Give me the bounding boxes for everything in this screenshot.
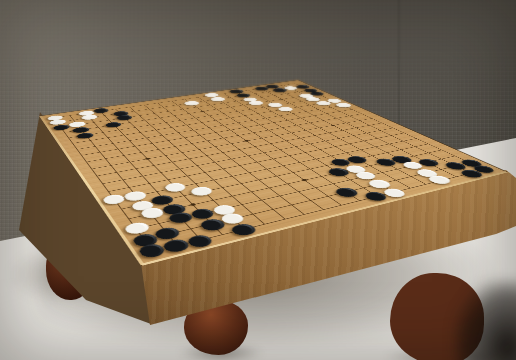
goban-photo-scene: ●●●●●●●●●●●●●●●●●●●●●●●●●●●●●●●●●●●●●●●●…	[0, 0, 516, 360]
white-stone[interactable]: ●	[183, 100, 201, 106]
white-stone[interactable]: ●	[189, 186, 215, 198]
stone-glyph: ●	[209, 97, 228, 102]
white-stone[interactable]: ●	[334, 102, 354, 108]
stone-glyph: ●	[188, 186, 216, 198]
stone-glyph: ●	[271, 88, 289, 93]
stone-glyph: ●	[197, 218, 228, 232]
black-stone[interactable]: ●	[75, 132, 95, 140]
stone-glyph: ●	[115, 114, 135, 120]
white-stone[interactable]: ●	[246, 100, 265, 106]
stone-glyph: ●	[182, 101, 201, 107]
stone-glyph: ●	[162, 182, 189, 193]
stone-glyph: ●	[314, 100, 334, 106]
corner-leg-shadow	[454, 280, 516, 360]
white-stone[interactable]: ●	[80, 114, 99, 120]
grid-line-horizontal	[158, 103, 305, 214]
white-stone[interactable]: ●	[314, 100, 334, 106]
stone-glyph: ●	[333, 102, 353, 108]
white-stone[interactable]: ●	[209, 97, 227, 102]
white-stone[interactable]: ●	[162, 182, 188, 193]
black-stone[interactable]: ●	[52, 124, 71, 131]
black-stone[interactable]: ●	[104, 121, 123, 128]
stone-glyph: ●	[100, 193, 127, 205]
black-stone[interactable]: ●	[253, 86, 271, 91]
stone-glyph: ●	[275, 106, 295, 112]
stone-glyph: ●	[425, 175, 454, 186]
stone-glyph: ●	[253, 86, 271, 91]
white-stone[interactable]: ●	[425, 174, 453, 185]
black-stone[interactable]: ●	[271, 88, 289, 93]
white-stone[interactable]: ●	[276, 106, 296, 112]
stone-glyph: ●	[246, 100, 266, 106]
stone-glyph: ●	[80, 114, 100, 120]
black-stone[interactable]: ●	[198, 218, 228, 232]
white-stone[interactable]: ●	[101, 193, 127, 205]
black-stone[interactable]: ●	[115, 114, 134, 120]
stone-glyph: ●	[51, 124, 71, 131]
stone-glyph: ●	[103, 121, 123, 128]
stone-glyph: ●	[75, 132, 96, 140]
